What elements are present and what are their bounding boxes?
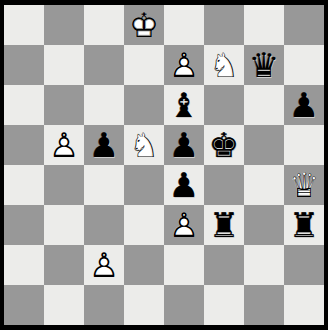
square-f8[interactable] (204, 5, 244, 45)
square-h6[interactable]: ♟ (284, 85, 324, 125)
square-g3[interactable] (244, 205, 284, 245)
square-e2[interactable] (164, 245, 204, 285)
black-rook-on-f3: ♜ (204, 205, 244, 245)
black-pawn-glyph-fill: ♟ (284, 85, 324, 125)
white-knight-glyph-outline: ♘ (124, 125, 164, 165)
black-king-glyph-fill: ♚ (204, 125, 244, 165)
white-pawn-glyph-outline: ♙ (164, 45, 204, 85)
chess-board: ♚♔♟♙♞♘♛♝♟♟♙♟♞♘♟♚♟♛♕♟♙♜♜♟♙ (4, 5, 324, 325)
white-queen-glyph-outline: ♕ (284, 165, 324, 205)
black-bishop-glyph-fill: ♝ (164, 85, 204, 125)
square-b5[interactable]: ♟♙ (44, 125, 84, 165)
square-f2[interactable] (204, 245, 244, 285)
square-c5[interactable]: ♟ (84, 125, 124, 165)
square-d8[interactable]: ♚♔ (124, 5, 164, 45)
black-king-on-f5: ♚ (204, 125, 244, 165)
square-d6[interactable] (124, 85, 164, 125)
white-pawn-on-e3: ♟♙ (164, 205, 204, 245)
white-knight-on-d5: ♞♘ (124, 125, 164, 165)
square-a3[interactable] (4, 205, 44, 245)
square-g8[interactable] (244, 5, 284, 45)
square-a5[interactable] (4, 125, 44, 165)
square-c1[interactable] (84, 285, 124, 325)
square-b8[interactable] (44, 5, 84, 45)
square-e4[interactable]: ♟ (164, 165, 204, 205)
square-e5[interactable]: ♟ (164, 125, 204, 165)
square-e7[interactable]: ♟♙ (164, 45, 204, 85)
square-h4[interactable]: ♛♕ (284, 165, 324, 205)
black-pawn-on-c5: ♟ (84, 125, 124, 165)
square-g5[interactable] (244, 125, 284, 165)
square-c8[interactable] (84, 5, 124, 45)
square-a6[interactable] (4, 85, 44, 125)
black-pawn-on-h6: ♟ (284, 85, 324, 125)
square-f5[interactable]: ♚ (204, 125, 244, 165)
white-knight-on-f7: ♞♘ (204, 45, 244, 85)
square-e8[interactable] (164, 5, 204, 45)
black-queen-glyph-fill: ♛ (244, 45, 284, 85)
square-a4[interactable] (4, 165, 44, 205)
square-f1[interactable] (204, 285, 244, 325)
black-pawn-glyph-fill: ♟ (84, 125, 124, 165)
square-g6[interactable] (244, 85, 284, 125)
square-h5[interactable] (284, 125, 324, 165)
square-g7[interactable]: ♛ (244, 45, 284, 85)
square-g2[interactable] (244, 245, 284, 285)
square-d3[interactable] (124, 205, 164, 245)
black-pawn-glyph-fill: ♟ (164, 165, 204, 205)
square-h2[interactable] (284, 245, 324, 285)
black-rook-glyph-fill: ♜ (204, 205, 244, 245)
white-king-on-d8: ♚♔ (124, 5, 164, 45)
square-b3[interactable] (44, 205, 84, 245)
white-pawn-on-c2: ♟♙ (84, 245, 124, 285)
chess-board-frame: ♚♔♟♙♞♘♛♝♟♟♙♟♞♘♟♚♟♛♕♟♙♜♜♟♙ (0, 0, 328, 330)
square-d7[interactable] (124, 45, 164, 85)
square-f6[interactable] (204, 85, 244, 125)
square-e1[interactable] (164, 285, 204, 325)
square-e3[interactable]: ♟♙ (164, 205, 204, 245)
square-a7[interactable] (4, 45, 44, 85)
square-c3[interactable] (84, 205, 124, 245)
black-rook-on-h3: ♜ (284, 205, 324, 245)
square-b2[interactable] (44, 245, 84, 285)
white-king-glyph-outline: ♔ (124, 5, 164, 45)
square-e6[interactable]: ♝ (164, 85, 204, 125)
black-bishop-on-e6: ♝ (164, 85, 204, 125)
square-g4[interactable] (244, 165, 284, 205)
white-pawn-glyph-outline: ♙ (44, 125, 84, 165)
black-pawn-on-e5: ♟ (164, 125, 204, 165)
square-g1[interactable] (244, 285, 284, 325)
white-knight-glyph-outline: ♘ (204, 45, 244, 85)
square-c7[interactable] (84, 45, 124, 85)
square-a1[interactable] (4, 285, 44, 325)
white-pawn-glyph-outline: ♙ (164, 205, 204, 245)
square-c4[interactable] (84, 165, 124, 205)
square-d1[interactable] (124, 285, 164, 325)
square-b4[interactable] (44, 165, 84, 205)
white-pawn-glyph-outline: ♙ (84, 245, 124, 285)
white-pawn-on-e7: ♟♙ (164, 45, 204, 85)
square-c2[interactable]: ♟♙ (84, 245, 124, 285)
square-a8[interactable] (4, 5, 44, 45)
square-h7[interactable] (284, 45, 324, 85)
square-d2[interactable] (124, 245, 164, 285)
white-pawn-on-b5: ♟♙ (44, 125, 84, 165)
square-c6[interactable] (84, 85, 124, 125)
black-pawn-on-e4: ♟ (164, 165, 204, 205)
square-a2[interactable] (4, 245, 44, 285)
square-d5[interactable]: ♞♘ (124, 125, 164, 165)
square-h8[interactable] (284, 5, 324, 45)
square-h3[interactable]: ♜ (284, 205, 324, 245)
square-f7[interactable]: ♞♘ (204, 45, 244, 85)
square-f3[interactable]: ♜ (204, 205, 244, 245)
black-rook-glyph-fill: ♜ (284, 205, 324, 245)
black-queen-on-g7: ♛ (244, 45, 284, 85)
white-queen-on-h4: ♛♕ (284, 165, 324, 205)
square-b6[interactable] (44, 85, 84, 125)
square-b1[interactable] (44, 285, 84, 325)
square-f4[interactable] (204, 165, 244, 205)
black-pawn-glyph-fill: ♟ (164, 125, 204, 165)
square-h1[interactable] (284, 285, 324, 325)
square-d4[interactable] (124, 165, 164, 205)
square-b7[interactable] (44, 45, 84, 85)
